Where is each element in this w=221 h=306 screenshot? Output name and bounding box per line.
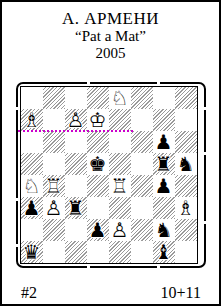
piece-black-knight-g2: ♞: [153, 219, 175, 241]
square-a4: ♞♘: [21, 175, 43, 197]
piece-white-bishop-h3: ♗: [175, 197, 197, 219]
piece-white-king-d7: ♔: [87, 109, 109, 131]
square-c5: [65, 153, 87, 175]
square-e2: ♟♙: [109, 219, 131, 241]
author-name: А. АРМЕНИ: [2, 9, 219, 28]
square-a2: [21, 219, 43, 241]
square-e5: [109, 153, 131, 175]
square-b1: [43, 241, 65, 263]
square-g6: ♟♟: [153, 131, 175, 153]
piece-halo: ♟: [43, 197, 65, 219]
square-a1: ♛♛: [21, 241, 43, 263]
piece-halo: ♞: [175, 153, 197, 175]
square-a8: [21, 87, 43, 109]
problem-diagram-page: А. АРМЕНИ “Pat a Mat” 2005 ♞♘♝♗♟♙♚♔♟♟♚♚♜…: [0, 0, 221, 306]
square-e4: ♜♖: [109, 175, 131, 197]
square-h6: [175, 131, 197, 153]
header: А. АРМЕНИ “Pat a Mat” 2005: [2, 9, 219, 62]
square-d3: [87, 197, 109, 219]
piece-black-bishop-g1: ♝: [153, 241, 175, 263]
square-e3: [109, 197, 131, 219]
square-f5: [131, 153, 153, 175]
border-tick: [157, 266, 160, 268]
square-d4: [87, 175, 109, 197]
piece-white-pawn-b3: ♙: [43, 197, 65, 219]
piece-white-knight-e8: ♘: [109, 87, 131, 109]
piece-halo: ♜: [109, 175, 131, 197]
border-tick: [87, 82, 90, 84]
square-h4: [175, 175, 197, 197]
square-f8: [131, 87, 153, 109]
border-tick: [87, 266, 90, 268]
square-d7: ♚♔: [87, 109, 109, 131]
square-h8: [175, 87, 197, 109]
piece-halo: ♞: [109, 87, 131, 109]
piece-halo: ♜: [153, 153, 175, 175]
material-count: 10+11: [161, 284, 201, 302]
border-tick: [204, 152, 206, 155]
square-g8: [153, 87, 175, 109]
square-d2: ♟♟: [87, 219, 109, 241]
square-e7: [109, 109, 131, 131]
square-f7: [131, 109, 153, 131]
square-f2: [131, 219, 153, 241]
square-c4: [65, 175, 87, 197]
piece-white-rook-b4: ♖: [43, 175, 65, 197]
square-f1: [131, 241, 153, 263]
square-c6: [65, 131, 87, 153]
square-h2: [175, 219, 197, 241]
square-h5: ♞♞: [175, 153, 197, 175]
square-g2: ♞♞: [153, 219, 175, 241]
piece-halo: ♟: [65, 109, 87, 131]
square-h7: [175, 109, 197, 131]
border-tick: [204, 221, 206, 224]
square-b7: [43, 109, 65, 131]
square-b6: [43, 131, 65, 153]
piece-black-pawn-a3: ♟: [21, 197, 43, 219]
square-d6: [87, 131, 109, 153]
square-b4: ♜♖: [43, 175, 65, 197]
square-b2: [43, 219, 65, 241]
piece-halo: ♞: [21, 175, 43, 197]
piece-black-pawn-g6: ♟: [153, 131, 175, 153]
piece-black-knight-h5: ♞: [175, 153, 197, 175]
square-a6: [21, 131, 43, 153]
square-h3: ♝♗: [175, 197, 197, 219]
piece-halo: ♟: [87, 219, 109, 241]
square-a3: ♟♟: [21, 197, 43, 219]
square-e8: ♞♘: [109, 87, 131, 109]
piece-white-pawn-e2: ♙: [109, 219, 131, 241]
square-g4: ♟♟: [153, 175, 175, 197]
chess-board-frame: ♞♘♝♗♟♙♚♔♟♟♚♚♜♜♞♞♞♘♜♖♜♖♟♟♟♟♟♙♜♜♝♗♟♟♟♙♞♞♛♛…: [16, 82, 206, 268]
piece-halo: ♚: [87, 153, 109, 175]
piece-halo: ♟: [21, 197, 43, 219]
piece-halo: ♛: [21, 241, 43, 263]
piece-halo: ♞: [153, 219, 175, 241]
square-e6: [109, 131, 131, 153]
piece-black-pawn-d2: ♟: [87, 219, 109, 241]
border-tick: [16, 198, 18, 201]
piece-halo: ♝: [175, 197, 197, 219]
square-b3: ♟♙: [43, 197, 65, 219]
caption-row: #2 10+11: [21, 284, 201, 302]
piece-halo: ♝: [153, 241, 175, 263]
square-c8: [65, 87, 87, 109]
piece-halo: ♝: [21, 109, 43, 131]
piece-halo: ♟: [153, 175, 175, 197]
piece-halo: ♜: [43, 175, 65, 197]
piece-halo: ♟: [153, 131, 175, 153]
board-grid: ♞♘♝♗♟♙♚♔♟♟♚♚♜♜♞♞♞♘♜♖♜♖♟♟♟♟♟♙♜♜♝♗♟♟♟♙♞♞♛♛…: [21, 87, 197, 263]
square-c3: ♜♜: [65, 197, 87, 219]
square-f6: [131, 131, 153, 153]
square-e1: [109, 241, 131, 263]
chess-board: ♞♘♝♗♟♙♚♔♟♟♚♚♜♜♞♞♞♘♜♖♜♖♟♟♟♟♟♙♜♜♝♗♟♟♟♙♞♞♛♛…: [20, 86, 198, 264]
square-d5: ♚♚: [87, 153, 109, 175]
square-a5: [21, 153, 43, 175]
square-f4: [131, 175, 153, 197]
square-d8: [87, 87, 109, 109]
piece-black-king-d5: ♚: [87, 153, 109, 175]
square-b8: [43, 87, 65, 109]
square-a7: ♝♗: [21, 109, 43, 131]
piece-black-queen-a1: ♛: [21, 241, 43, 263]
square-c2: [65, 219, 87, 241]
publication-year: 2005: [2, 45, 219, 62]
annotation-dotted-line: [18, 130, 133, 132]
piece-white-knight-a4: ♘: [21, 175, 43, 197]
piece-black-rook-c3: ♜: [65, 197, 87, 219]
square-g5: ♜♜: [153, 153, 175, 175]
piece-white-rook-e4: ♖: [109, 175, 131, 197]
square-h1: [175, 241, 197, 263]
border-tick: [204, 107, 206, 110]
square-b5: [43, 153, 65, 175]
border-tick: [16, 244, 18, 247]
piece-halo: ♟: [109, 219, 131, 241]
square-c7: ♟♙: [65, 109, 87, 131]
square-d1: [87, 241, 109, 263]
piece-black-rook-g5: ♜: [153, 153, 175, 175]
border-tick: [16, 107, 18, 110]
piece-halo: ♜: [65, 197, 87, 219]
square-g1: ♝♝: [153, 241, 175, 263]
border-tick: [157, 82, 160, 84]
square-f3: [131, 197, 153, 219]
stipulation-mate-in-2: #2: [21, 284, 37, 302]
piece-white-bishop-a7: ♗: [21, 109, 43, 131]
source-publication: “Pat a Mat”: [2, 28, 219, 45]
square-g3: [153, 197, 175, 219]
square-c1: [65, 241, 87, 263]
square-g7: [153, 109, 175, 131]
piece-white-pawn-c7: ♙: [65, 109, 87, 131]
piece-halo: ♚: [87, 109, 109, 131]
piece-black-pawn-g4: ♟: [153, 175, 175, 197]
